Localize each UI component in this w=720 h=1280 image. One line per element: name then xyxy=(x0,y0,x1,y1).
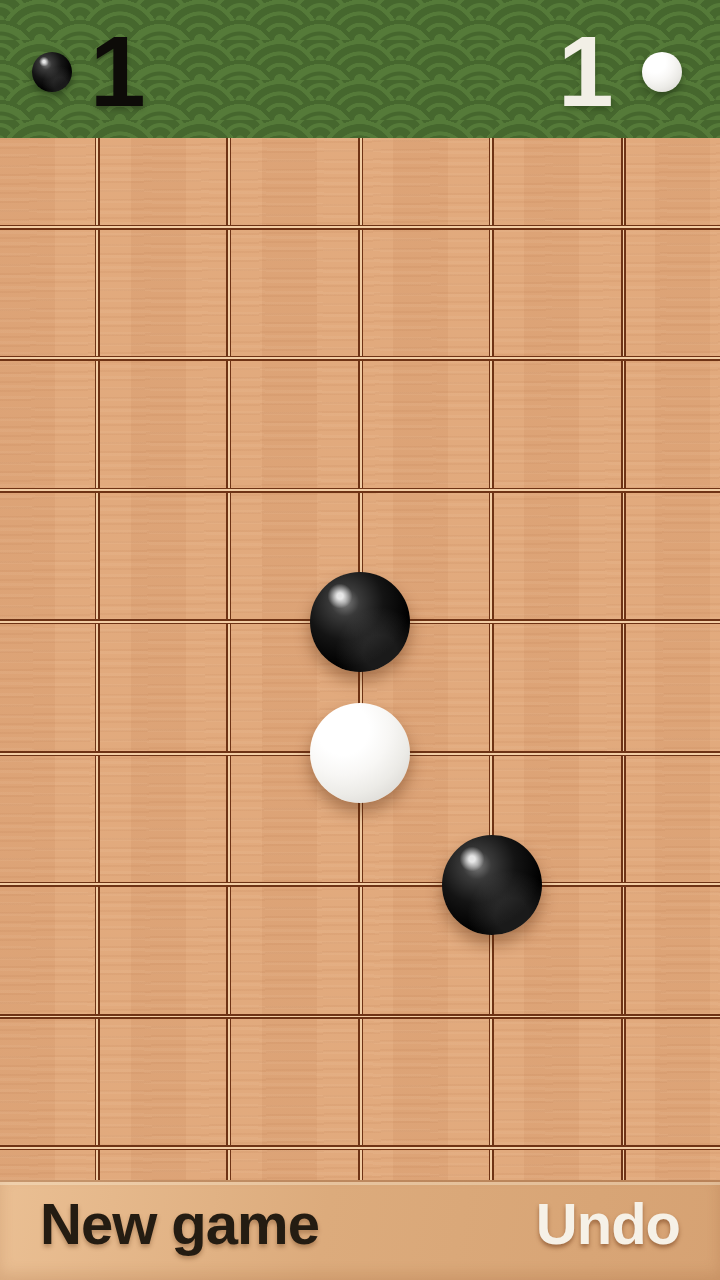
bottom-toolbar: New game Undo xyxy=(0,1180,720,1280)
grid-hline xyxy=(0,488,720,493)
grid-vline xyxy=(489,138,494,1180)
grid-vline xyxy=(621,138,626,1180)
grid-hline xyxy=(0,225,720,230)
grid-vline xyxy=(95,138,100,1180)
score-header: 1 1 xyxy=(0,0,720,138)
grid-hline xyxy=(0,1014,720,1019)
black-score: 1 xyxy=(90,2,144,140)
new-game-button[interactable]: New game xyxy=(40,1190,319,1257)
undo-button[interactable]: Undo xyxy=(536,1190,680,1257)
black-stone xyxy=(310,572,410,672)
white-score-stone-icon xyxy=(642,52,682,92)
black-stone xyxy=(442,835,542,935)
grid-hline xyxy=(0,356,720,361)
grid-hline xyxy=(0,1145,720,1150)
white-score: 1 xyxy=(558,2,612,140)
black-score-stone-icon xyxy=(32,52,72,92)
grid-vline xyxy=(226,138,231,1180)
white-stone xyxy=(310,703,410,803)
grid-hline xyxy=(0,882,720,887)
game-board[interactable] xyxy=(0,138,720,1180)
app-screen: 1 1 New game Undo xyxy=(0,0,720,1280)
